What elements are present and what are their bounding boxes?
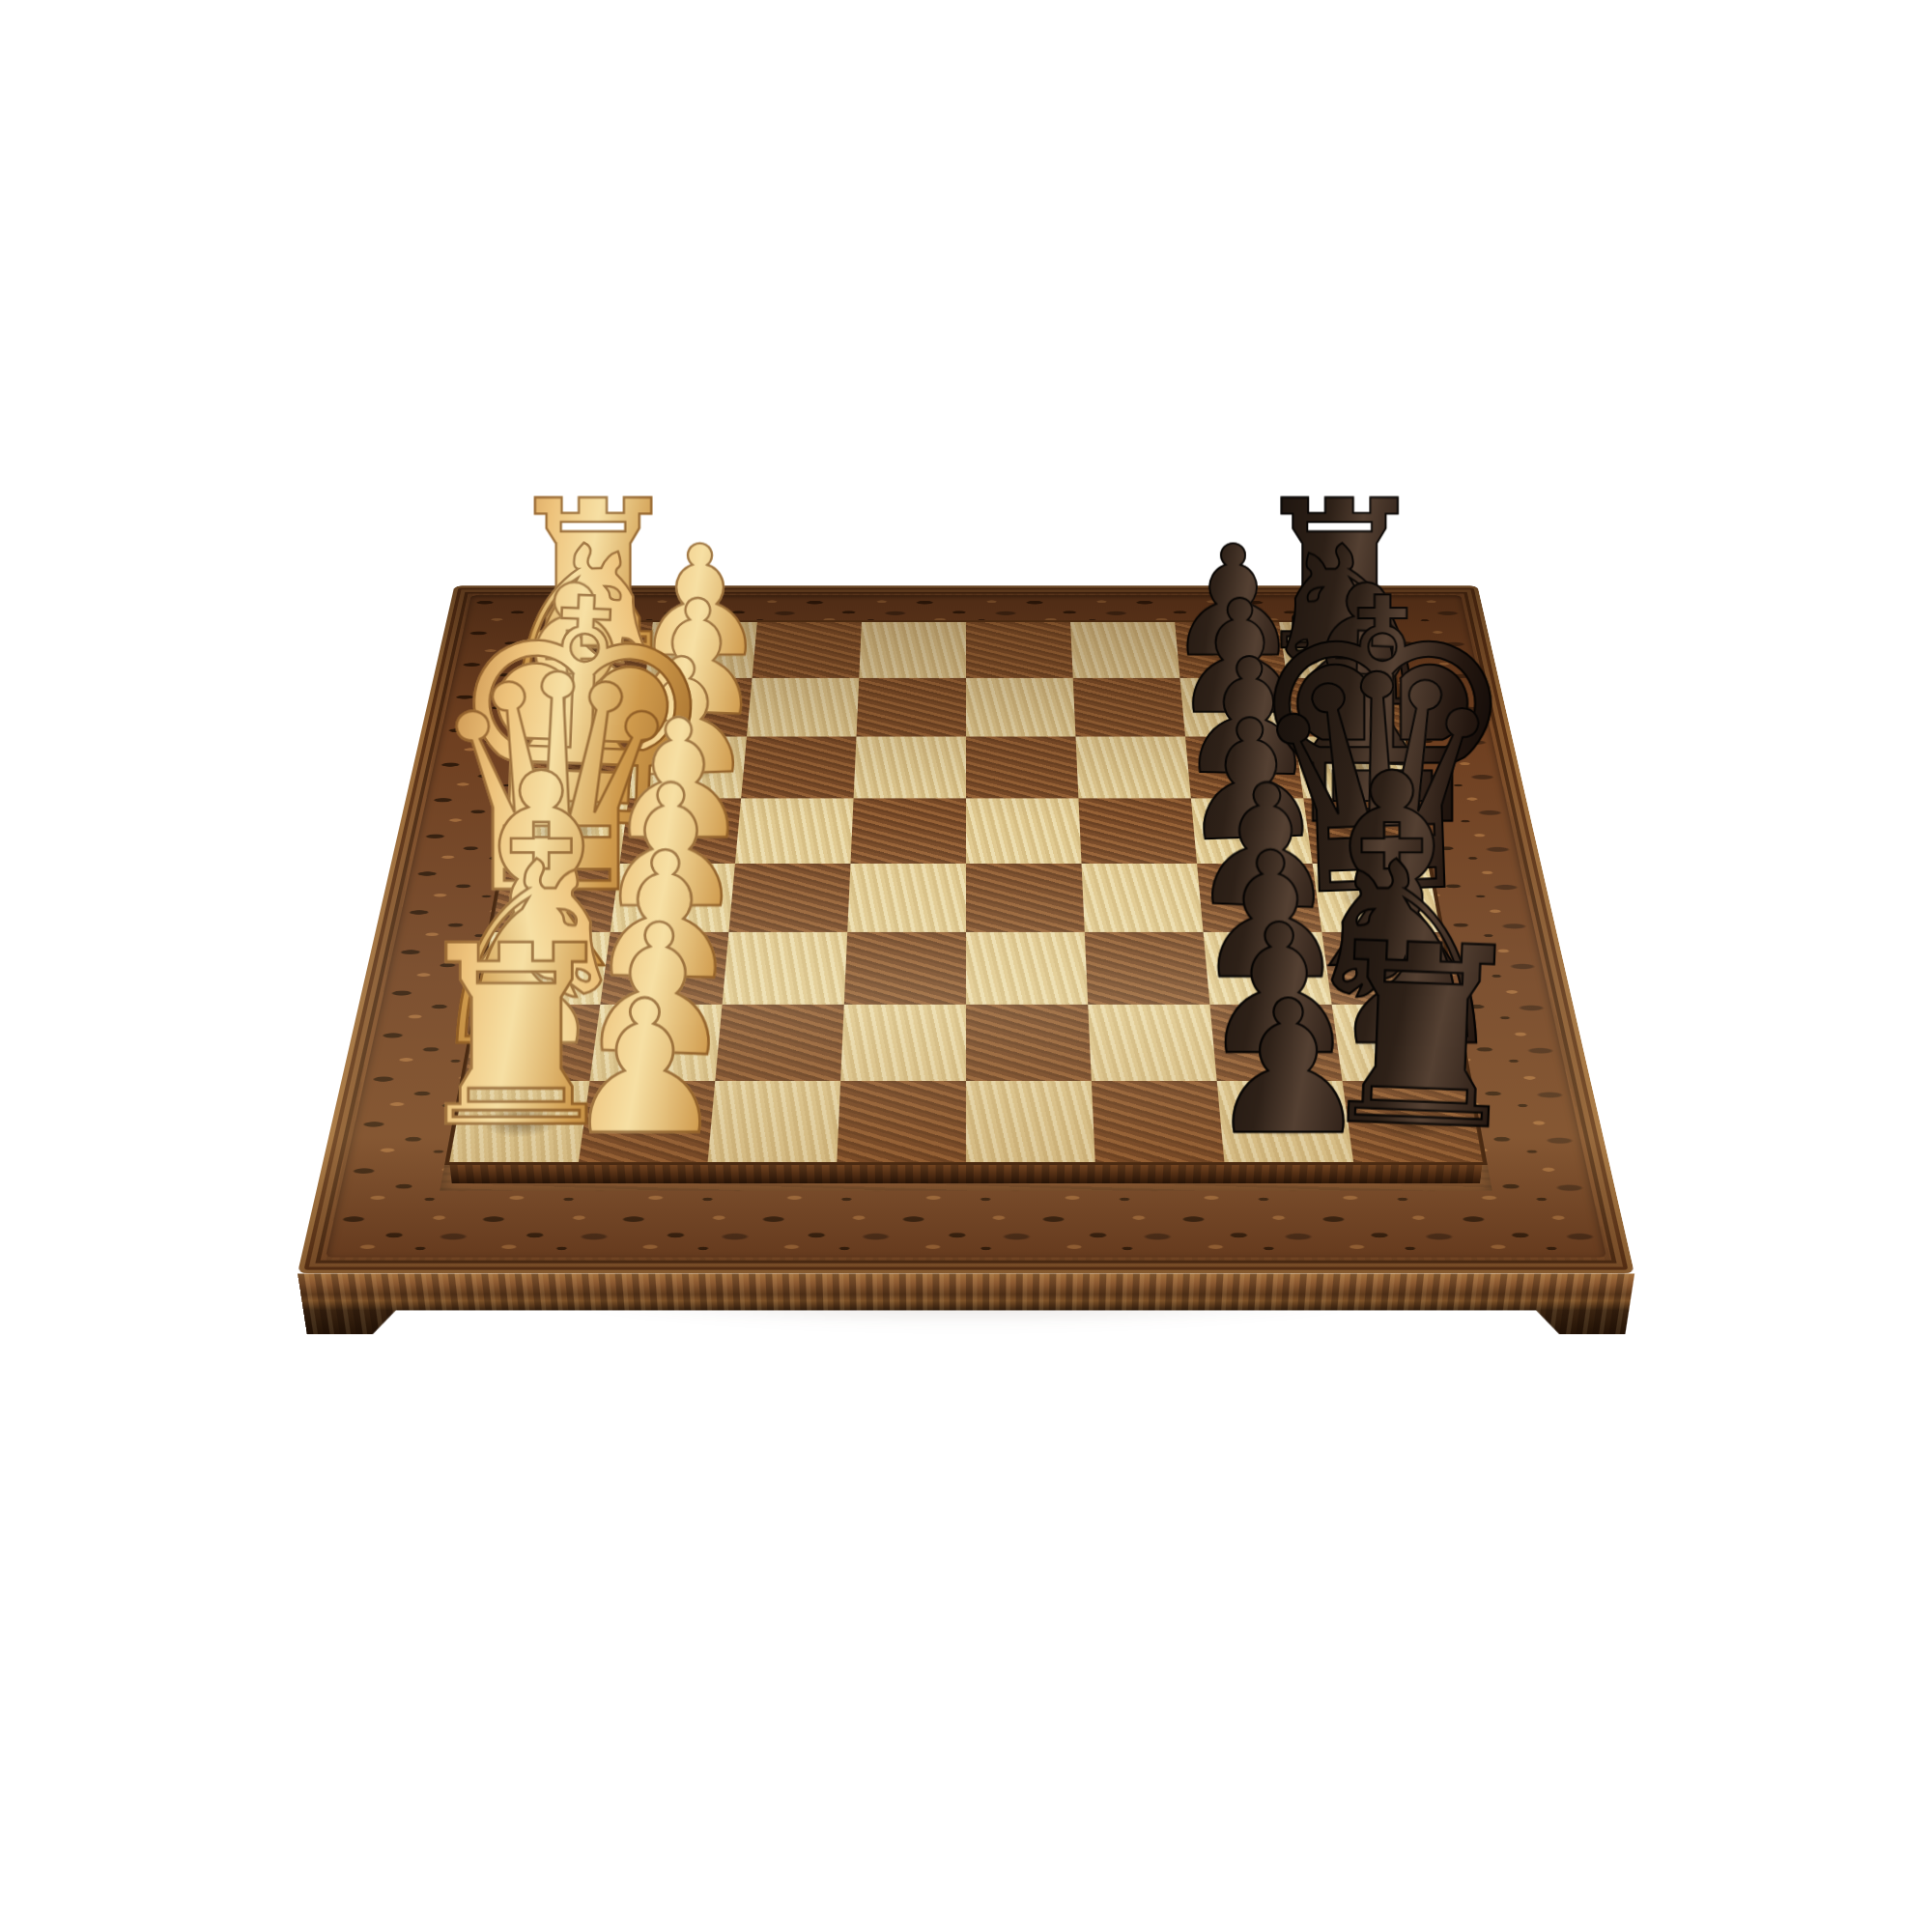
square <box>966 737 1078 799</box>
piece-white-pawn[interactable]: ♟ <box>579 1081 715 1162</box>
square <box>859 622 966 678</box>
scene: ♜♞♝♛♚♝♞♜♟♟♟♟♟♟♟♟♟♟♟♟♟♟♟♟♜♞♝♛♚♝♞♜ <box>0 0 1932 1932</box>
square <box>966 622 1073 678</box>
piece-black-pawn[interactable]: ♟ <box>1217 1081 1353 1162</box>
photo-stage: ♜♞♝♛♚♝♞♜♟♟♟♟♟♟♟♟♟♟♟♟♟♟♟♟♜♞♝♛♚♝♞♜ <box>0 0 1932 1932</box>
playing-platform: ♜♞♝♛♚♝♞♜♟♟♟♟♟♟♟♟♟♟♟♟♟♟♟♟♜♞♝♛♚♝♞♜ <box>449 622 1483 1162</box>
pawn-glyph: ♟ <box>1148 983 1429 1152</box>
square <box>1070 622 1179 678</box>
square <box>854 737 966 799</box>
square <box>753 622 862 678</box>
chess-board: ♜♞♝♛♚♝♞♜♟♟♟♟♟♟♟♟♟♟♟♟♟♟♟♟♜♞♝♛♚♝♞♜ <box>298 585 1634 1273</box>
board-front-edge <box>298 1273 1634 1334</box>
square <box>856 678 966 737</box>
pawn-glyph: ♟ <box>503 983 784 1152</box>
square <box>966 678 1076 737</box>
